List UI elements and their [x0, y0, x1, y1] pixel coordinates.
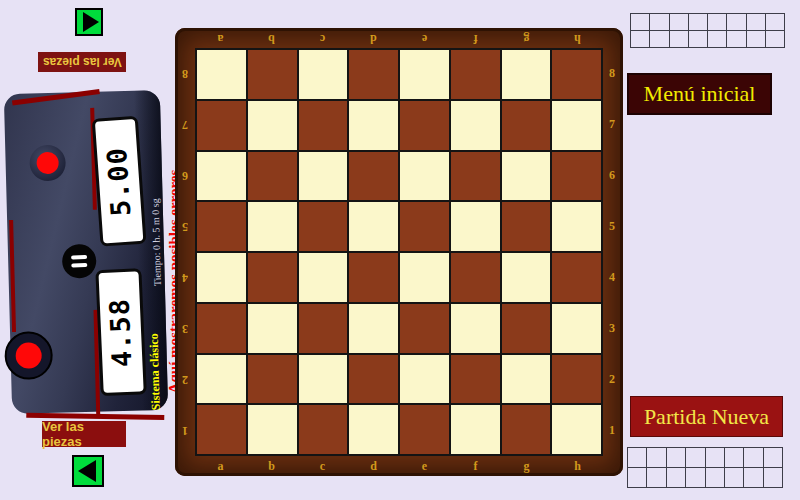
tray-cell: [764, 448, 782, 467]
square-b6[interactable]: [248, 152, 297, 201]
square-e3[interactable]: [400, 304, 449, 353]
square-h1[interactable]: [552, 405, 601, 454]
rank-label-left-7: 7: [178, 99, 192, 150]
tray-cell: [650, 14, 668, 30]
rank-label-left-5: 5: [178, 201, 192, 252]
tray-cell: [686, 448, 704, 467]
file-label-bottom-e: e: [399, 459, 450, 474]
rank-label-right-6: 6: [605, 150, 619, 201]
tray-cell: [670, 14, 688, 30]
ver-las-piezas-label: Ver las piezas: [42, 419, 126, 449]
ver-las-piezas-button-bottom[interactable]: Ver las piezas: [42, 421, 126, 447]
clock-time-top: 5.00: [101, 146, 137, 217]
clock-body: 5.00 4.58 Tiempo: 0 h. 5 m 0 sg Sistema …: [4, 90, 168, 414]
tray-cell: [631, 31, 649, 47]
file-label-top-e: e: [399, 31, 450, 46]
square-f3[interactable]: [451, 304, 500, 353]
square-e1[interactable]: [400, 405, 449, 454]
square-f7[interactable]: [451, 101, 500, 150]
tray-cell: [727, 14, 745, 30]
rank-label-left-4: 4: [178, 252, 192, 303]
square-f4[interactable]: [451, 253, 500, 302]
square-b7[interactable]: [248, 101, 297, 150]
square-e7[interactable]: [400, 101, 449, 150]
chess-app-screen: { "game": "chess", "position": { "fen": …: [0, 0, 800, 500]
file-label-bottom-g: g: [501, 459, 552, 474]
chess-clock: 5.00 4.58 Tiempo: 0 h. 5 m 0 sg Sistema …: [2, 84, 175, 422]
tray-cell: [727, 31, 745, 47]
board-coords-bottom: abcdefgh: [195, 459, 603, 474]
square-a7[interactable]: [197, 101, 246, 150]
square-d7[interactable]: [349, 101, 398, 150]
square-c1[interactable]: [299, 405, 348, 454]
tray-cell: [647, 468, 665, 487]
square-b2[interactable]: [248, 355, 297, 404]
square-f1[interactable]: [451, 405, 500, 454]
square-a8[interactable]: [197, 50, 246, 99]
tray-cell: [628, 468, 646, 487]
square-b4[interactable]: [248, 253, 297, 302]
clock-red-button-raised: [4, 331, 53, 380]
tray-cell: [744, 468, 762, 487]
square-a2[interactable]: [197, 355, 246, 404]
square-b5[interactable]: [248, 202, 297, 251]
square-d4[interactable]: [349, 253, 398, 302]
square-f6[interactable]: [451, 152, 500, 201]
board-coords-left: 87654321: [178, 48, 192, 456]
square-d8[interactable]: [349, 50, 398, 99]
square-e6[interactable]: [400, 152, 449, 201]
tray-cell: [747, 31, 765, 47]
rank-label-left-2: 2: [178, 354, 192, 405]
rank-label-left-6: 6: [178, 150, 192, 201]
tray-cell: [667, 468, 685, 487]
clock-display-bottom: 4.58: [95, 268, 146, 396]
file-label-top-c: c: [297, 31, 348, 46]
red-button-cap-icon: [36, 152, 59, 175]
square-c2[interactable]: [299, 355, 348, 404]
file-label-bottom-c: c: [297, 459, 348, 474]
tray-cell: [628, 448, 646, 467]
square-e5[interactable]: [400, 202, 449, 251]
rank-label-left-8: 8: [178, 48, 192, 99]
tray-cell: [650, 31, 668, 47]
rank-label-right-2: 2: [605, 354, 619, 405]
partida-nueva-label: Partida Nueva: [644, 404, 769, 430]
tray-cell: [708, 14, 726, 30]
triangle-left-icon: [78, 460, 96, 482]
file-label-bottom-a: a: [195, 459, 246, 474]
tray-cell: [725, 448, 743, 467]
tray-cell: [686, 468, 704, 487]
menu-inicial-button[interactable]: Menú inicial: [627, 73, 772, 115]
tray-cell: [689, 31, 707, 47]
square-h7[interactable]: [552, 101, 601, 150]
square-g3[interactable]: [502, 304, 551, 353]
pause-equals-icon: [62, 244, 97, 279]
tray-cell: [706, 448, 724, 467]
square-f8[interactable]: [451, 50, 500, 99]
clock-red-trim: [9, 220, 16, 332]
partida-nueva-button[interactable]: Partida Nueva: [630, 396, 783, 437]
square-d3[interactable]: [349, 304, 398, 353]
file-label-bottom-f: f: [450, 459, 501, 474]
tray-cell: [631, 14, 649, 30]
file-label-bottom-d: d: [348, 459, 399, 474]
board-squares: [195, 48, 603, 456]
square-h2[interactable]: [552, 355, 601, 404]
square-d1[interactable]: [349, 405, 398, 454]
board-coords-top: abcdefgh: [195, 31, 603, 46]
rank-label-left-1: 1: [178, 405, 192, 456]
square-h4[interactable]: [552, 253, 601, 302]
square-a6[interactable]: [197, 152, 246, 201]
square-g1[interactable]: [502, 405, 551, 454]
square-d2[interactable]: [349, 355, 398, 404]
rank-label-left-3: 3: [178, 303, 192, 354]
green-arrow-right-button[interactable]: [75, 8, 103, 36]
square-g4[interactable]: [502, 253, 551, 302]
file-label-top-f: f: [450, 31, 501, 46]
square-b8[interactable]: [248, 50, 297, 99]
square-a4[interactable]: [197, 253, 246, 302]
rank-label-right-8: 8: [605, 48, 619, 99]
square-h5[interactable]: [552, 202, 601, 251]
square-g2[interactable]: [502, 355, 551, 404]
tray-cell: [689, 14, 707, 30]
square-e2[interactable]: [400, 355, 449, 404]
square-h6[interactable]: [552, 152, 601, 201]
tray-cell: [647, 448, 665, 467]
square-b3[interactable]: [248, 304, 297, 353]
tray-cell: [747, 14, 765, 30]
tray-cell: [725, 468, 743, 487]
file-label-bottom-b: b: [246, 459, 297, 474]
chess-board: abcdefgh abcdefgh 87654321 87654321: [175, 28, 623, 476]
square-g8[interactable]: [502, 50, 551, 99]
ver-las-piezas-label-rotated: Ver las piezas: [43, 55, 122, 69]
menu-inicial-label: Menú inicial: [644, 81, 756, 107]
captured-pieces-tray-top: [630, 13, 785, 48]
ver-las-piezas-button-top[interactable]: Ver las piezas: [38, 52, 126, 72]
square-a5[interactable]: [197, 202, 246, 251]
square-e8[interactable]: [400, 50, 449, 99]
tray-cell: [744, 448, 762, 467]
sistema-clasico-label: Sistema clásico: [146, 316, 162, 428]
square-a1[interactable]: [197, 405, 246, 454]
clock-display-top: 5.00: [92, 116, 147, 247]
square-f2[interactable]: [451, 355, 500, 404]
tray-cell: [667, 448, 685, 467]
tray-cell: [766, 14, 784, 30]
captured-pieces-tray-bottom: [627, 447, 783, 488]
square-c3[interactable]: [299, 304, 348, 353]
square-c6[interactable]: [299, 152, 348, 201]
board-coords-right: 87654321: [605, 48, 619, 456]
tray-cell: [766, 31, 784, 47]
square-h3[interactable]: [552, 304, 601, 353]
rank-label-right-4: 4: [605, 252, 619, 303]
square-g6[interactable]: [502, 152, 551, 201]
file-label-top-h: h: [552, 31, 603, 46]
square-c7[interactable]: [299, 101, 348, 150]
triangle-right-icon: [83, 12, 99, 32]
rank-label-right-1: 1: [605, 405, 619, 456]
clock-time-bottom: 4.58: [104, 297, 138, 367]
square-c5[interactable]: [299, 202, 348, 251]
tray-cell: [708, 31, 726, 47]
rank-label-right-5: 5: [605, 201, 619, 252]
tray-cell: [706, 468, 724, 487]
square-b1[interactable]: [248, 405, 297, 454]
file-label-top-b: b: [246, 31, 297, 46]
file-label-top-a: a: [195, 31, 246, 46]
square-g5[interactable]: [502, 202, 551, 251]
square-c4[interactable]: [299, 253, 348, 302]
file-label-bottom-h: h: [552, 459, 603, 474]
red-button-cap-icon: [15, 342, 42, 369]
tray-cell: [764, 468, 782, 487]
file-label-top-d: d: [348, 31, 399, 46]
square-e4[interactable]: [400, 253, 449, 302]
clock-red-trim: [12, 89, 100, 105]
square-c8[interactable]: [299, 50, 348, 99]
clock-red-trim: [26, 413, 164, 420]
square-a3[interactable]: [197, 304, 246, 353]
rank-label-right-7: 7: [605, 99, 619, 150]
green-arrow-left-button[interactable]: [72, 455, 104, 487]
square-f5[interactable]: [451, 202, 500, 251]
file-label-top-g: g: [501, 31, 552, 46]
tray-cell: [670, 31, 688, 47]
square-g7[interactable]: [502, 101, 551, 150]
square-h8[interactable]: [552, 50, 601, 99]
clock-red-button-pressed: [29, 145, 66, 182]
square-d6[interactable]: [349, 152, 398, 201]
square-d5[interactable]: [349, 202, 398, 251]
rank-label-right-3: 3: [605, 303, 619, 354]
